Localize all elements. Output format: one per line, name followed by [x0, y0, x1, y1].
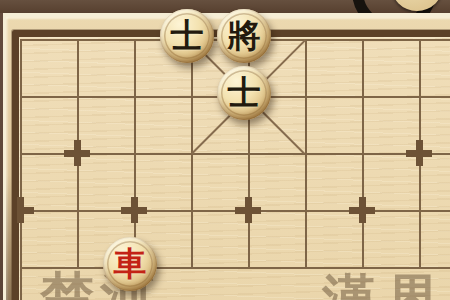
grid-file-line-0: [20, 39, 22, 300]
soldier-point-marker-1: [235, 197, 261, 223]
piece-red-chariot-c6[interactable]: 車: [103, 237, 157, 291]
river-watermark-char-2: 漢: [322, 264, 376, 300]
piece-glyph: 車: [114, 247, 147, 280]
river-watermark-char-0: 楚: [40, 262, 94, 300]
edge-point-marker-0: [17, 197, 34, 223]
top-margin-strip: [0, 0, 450, 13]
river-watermark-char-3: 界: [386, 264, 440, 300]
piece-glyph: 士: [228, 76, 261, 109]
soldier-point-marker-0: [121, 197, 147, 223]
cannon-point-marker-0: [64, 140, 90, 166]
piece-black-general-e10[interactable]: 將: [217, 9, 271, 63]
piece-black-advisor-e9[interactable]: 士: [217, 66, 271, 120]
piece-glyph: 將: [228, 19, 261, 52]
soldier-point-marker-2: [349, 197, 375, 223]
cannon-point-marker-1: [406, 140, 432, 166]
piece-glyph: 士: [171, 19, 204, 52]
piece-black-advisor-d10[interactable]: 士: [160, 9, 214, 63]
xiangqi-game-screen: 楚河漢界 士將士車: [0, 0, 450, 300]
